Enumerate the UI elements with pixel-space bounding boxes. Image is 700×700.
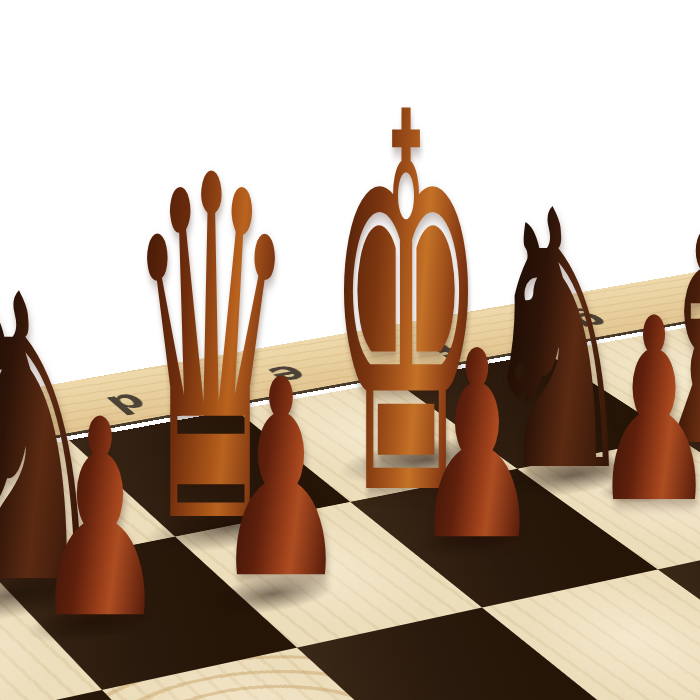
chess-photo-frame: d e f g ♞♟♛♟♚♟♞♟♝ [0,0,700,700]
piece-pawn: ♟ [33,384,167,656]
piece-pawn: ♟ [214,344,348,616]
piece-pawn: ♟ [413,317,541,576]
piece-pawn: ♟ [592,285,700,538]
